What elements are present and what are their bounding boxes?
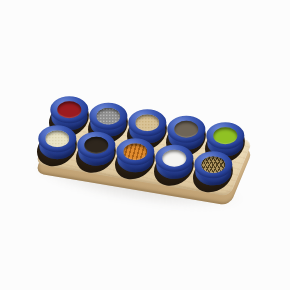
- texture-insert: [202, 155, 226, 172]
- texture-cup-wicker-weave[interactable]: [195, 151, 233, 185]
- texture-insert: [85, 136, 109, 153]
- texture-insert: [175, 120, 199, 137]
- texture-cup-white-fleece[interactable]: [156, 144, 194, 178]
- texture-insert: [97, 107, 121, 124]
- texture-insert: [46, 129, 70, 146]
- tray-cell-r2c3: [110, 137, 161, 173]
- tray-cell-r2c4: [149, 144, 200, 180]
- product-photo: [0, 0, 290, 290]
- texture-insert: [214, 126, 238, 143]
- texture-insert: [136, 113, 160, 130]
- texture-cup-orange-corduroy[interactable]: [117, 138, 155, 172]
- texture-insert: [124, 142, 148, 159]
- texture-cup-cream-sponge[interactable]: [39, 125, 77, 159]
- texture-insert: [163, 149, 187, 166]
- tray-cell-r2c2: [71, 131, 122, 167]
- tray-cell-r2c5: [188, 150, 239, 186]
- tray-cell-r2c1: [32, 124, 83, 160]
- texture-cup-black-sandpaper[interactable]: [78, 131, 116, 165]
- texture-insert: [58, 100, 82, 117]
